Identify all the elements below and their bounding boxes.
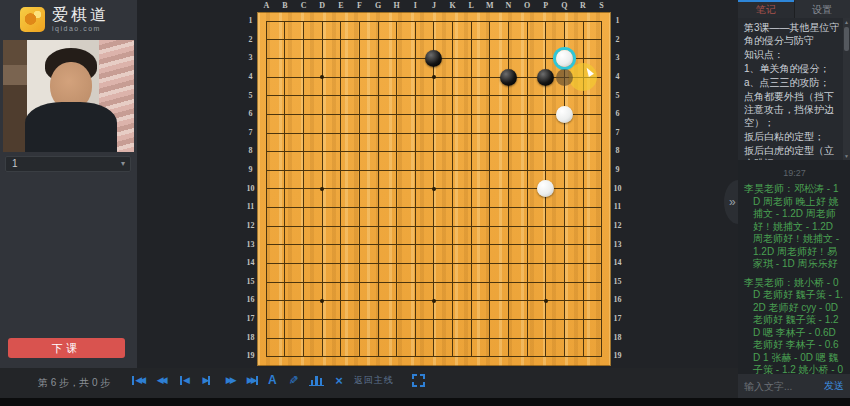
double-chevron-right-icon: » (729, 195, 736, 209)
col-label-R: R (574, 0, 593, 12)
grid-line (489, 21, 490, 357)
col-label-D: D (313, 0, 332, 12)
go-board[interactable] (257, 12, 611, 366)
fullscreen-icon[interactable] (412, 374, 425, 387)
row-label-10: 10 (611, 180, 624, 199)
row-label-3: 3 (611, 49, 624, 68)
col-label-S: S (592, 0, 611, 12)
return-mainline-button[interactable]: 返回主线 (354, 372, 394, 388)
bottom-toolbar: 第 6 步，共 0 步 ◀◀ ◀◀ ◀ ▶ ▶▶ ▶▶ A ✎ × 返回主线 (0, 368, 850, 398)
grid-line (266, 319, 602, 320)
bottom-edge-strip (0, 398, 850, 406)
grid-line (527, 21, 528, 357)
notes-scrollbar[interactable]: ▲ ▼ (843, 18, 850, 160)
note-line: 点角都要外挡（挡下注意攻击，挡保护边空）； (744, 90, 840, 129)
col-label-M: M (481, 0, 500, 12)
grid-line (266, 338, 602, 339)
col-label-A: A (257, 0, 276, 12)
end-class-button[interactable]: 下课 (8, 338, 125, 358)
grid-line (266, 207, 602, 208)
col-label-F: F (350, 0, 369, 12)
row-label-14: 14 (611, 254, 624, 273)
pointer-highlight-R4 (569, 63, 597, 91)
grid-line (266, 263, 602, 264)
step-back-button[interactable]: ◀ (176, 372, 191, 388)
annotation-tools: A ✎ × 返回主线 (268, 372, 436, 388)
teacher-webcam-video (3, 40, 134, 152)
stone-white-Q3 (556, 50, 573, 67)
dropdown-value: 1 (12, 158, 18, 169)
col-label-I: I (406, 0, 425, 12)
playback-controls: ◀◀ ◀◀ ◀ ▶ ▶▶ ▶▶ (130, 372, 268, 388)
star-point (432, 187, 436, 191)
row-label-1: 1 (611, 12, 624, 31)
row-label-13: 13 (244, 236, 257, 255)
row-label-17: 17 (611, 310, 624, 329)
col-label-G: G (369, 0, 388, 12)
camera-select-dropdown[interactable]: 1 ▾ (5, 156, 131, 172)
fast-forward-button[interactable]: ▶▶ (222, 372, 237, 388)
board-column-labels-top: ABCDEFGHIJKLMNOPQRS (257, 0, 611, 12)
scrollbar-thumb[interactable] (844, 27, 849, 51)
row-label-12: 12 (611, 217, 624, 236)
send-button[interactable]: 发送 (820, 379, 844, 393)
scroll-up-icon[interactable]: ▲ (843, 18, 850, 26)
star-point (432, 299, 436, 303)
row-label-11: 11 (611, 198, 624, 217)
chat-message: 李昊老师：姚小桥 - 0D 老师好 魏子策 - 1.2D 老师好 cyy - 0… (744, 277, 845, 375)
row-label-15: 15 (244, 273, 257, 292)
row-label-5: 5 (611, 87, 624, 106)
row-label-6: 6 (244, 105, 257, 124)
col-label-J: J (425, 0, 444, 12)
row-label-5: 5 (244, 87, 257, 106)
row-label-19: 19 (244, 347, 257, 366)
row-label-16: 16 (611, 291, 624, 310)
col-label-N: N (499, 0, 518, 12)
row-label-8: 8 (244, 142, 257, 161)
col-label-E: E (332, 0, 351, 12)
star-point (320, 299, 324, 303)
video-background-cabinet (3, 40, 27, 152)
row-label-14: 14 (244, 254, 257, 273)
row-label-13: 13 (611, 236, 624, 255)
move-step-status: 第 6 步，共 0 步 (38, 376, 110, 390)
chat-message: 李昊老师：邓松涛 - 1D 周老师 晚上好 姚捕文 - 1.2D 周老师好！姚捕… (744, 183, 845, 271)
col-label-K: K (443, 0, 462, 12)
col-label-Q: Q (555, 0, 574, 12)
row-label-15: 15 (611, 273, 624, 292)
col-label-B: B (276, 0, 295, 12)
grid-line (601, 21, 602, 357)
row-label-18: 18 (611, 329, 624, 348)
logo-subtitle: iqidao.com (52, 25, 109, 32)
row-label-2: 2 (244, 31, 257, 50)
row-label-9: 9 (611, 161, 624, 180)
chart-tool-icon[interactable] (309, 375, 325, 386)
row-label-19: 19 (611, 347, 624, 366)
note-line: 知识点： (744, 48, 840, 61)
logo-title: 爱棋道 (52, 7, 109, 23)
row-label-11: 11 (244, 198, 257, 217)
stone-white-Q6 (556, 106, 573, 123)
row-label-8: 8 (611, 142, 624, 161)
row-label-7: 7 (611, 124, 624, 143)
right-panel: » 笔记 设置 第3课——其他星位守角的侵分与防守知识点：1、单关角的侵分；a、… (738, 0, 850, 398)
teacher-torso (25, 102, 117, 152)
pointer-cursor-icon (584, 66, 594, 77)
grid-line (266, 226, 602, 227)
note-line: 扳后白虎的定型（立定跳远）； (744, 144, 840, 160)
row-label-16: 16 (244, 291, 257, 310)
tab-notes[interactable]: 笔记 (738, 0, 794, 18)
row-label-10: 10 (244, 180, 257, 199)
clear-marks-icon[interactable]: × (335, 372, 343, 388)
note-line: 第3课——其他星位守角的侵分与防守 (744, 21, 840, 47)
chat-input[interactable] (744, 381, 820, 392)
col-label-C: C (294, 0, 313, 12)
skip-to-end-button[interactable]: ▶▶ (245, 372, 260, 388)
note-line: 1、单关角的侵分； (744, 62, 840, 75)
panel-tab-bar: 笔记 设置 (738, 0, 850, 18)
sidebar: 爱棋道 iqidao.com 1 ▾ 下课 (0, 0, 137, 368)
stone-ghost-Q4 (556, 69, 573, 86)
logo: 爱棋道 iqidao.com (0, 0, 137, 38)
iqidao-logo-icon (20, 7, 45, 32)
board-row-labels-right: 12345678910111213141516171819 (611, 12, 624, 366)
rewind-button[interactable]: ◀◀ (153, 372, 168, 388)
row-label-4: 4 (611, 68, 624, 87)
col-label-O: O (518, 0, 537, 12)
scroll-down-icon[interactable]: ▼ (843, 152, 850, 160)
star-point (320, 187, 324, 191)
app-window: 爱棋道 iqidao.com 1 ▾ 下课 ABCDEFGHIJKLMNOPQR… (0, 0, 850, 406)
grid-line (452, 21, 453, 357)
step-forward-button[interactable]: ▶ (199, 372, 214, 388)
skip-to-start-button[interactable]: ◀◀ (130, 372, 145, 388)
row-label-9: 9 (244, 161, 257, 180)
chat-input-bar: 发送 (738, 374, 850, 398)
row-label-2: 2 (611, 31, 624, 50)
stone-white-P10 (537, 180, 554, 197)
grid-line (471, 21, 472, 357)
row-label-4: 4 (244, 68, 257, 87)
letter-tool-button[interactable]: A (268, 372, 277, 388)
note-line: a、点三三的攻防； (744, 76, 840, 89)
lesson-notes: 第3课——其他星位守角的侵分与防守知识点：1、单关角的侵分；a、点三三的攻防；点… (738, 18, 850, 160)
board-row-labels-left: 12345678910111213141516171819 (244, 12, 257, 366)
row-label-7: 7 (244, 124, 257, 143)
grid-line (266, 244, 602, 245)
star-point (544, 299, 548, 303)
row-label-17: 17 (244, 310, 257, 329)
row-label-18: 18 (244, 329, 257, 348)
note-line: 扳后白粘的定型； (744, 130, 840, 143)
chat-timestamp: 19:27 (744, 168, 845, 178)
row-label-1: 1 (244, 12, 257, 31)
grid-line (266, 356, 602, 357)
chat-history: 19:27李昊老师：邓松涛 - 1D 周老师 晚上好 姚捕文 - 1.2D 周老… (738, 160, 850, 374)
col-label-H: H (387, 0, 406, 12)
star-point (320, 75, 324, 79)
row-label-6: 6 (611, 105, 624, 124)
row-label-12: 12 (244, 217, 257, 236)
star-point (432, 75, 436, 79)
grid-line (266, 282, 602, 283)
stone-black-J3 (425, 50, 442, 67)
brush-tool-icon[interactable]: ✎ (285, 375, 301, 385)
col-label-P: P (536, 0, 555, 12)
tab-settings[interactable]: 设置 (794, 0, 850, 18)
col-label-L: L (462, 0, 481, 12)
stone-black-P4 (537, 69, 554, 86)
stone-black-N4 (500, 69, 517, 86)
chevron-down-icon: ▾ (121, 157, 125, 171)
go-board-area: ABCDEFGHIJKLMNOPQRS 12345678910111213141… (244, 0, 626, 380)
row-label-3: 3 (244, 49, 257, 68)
